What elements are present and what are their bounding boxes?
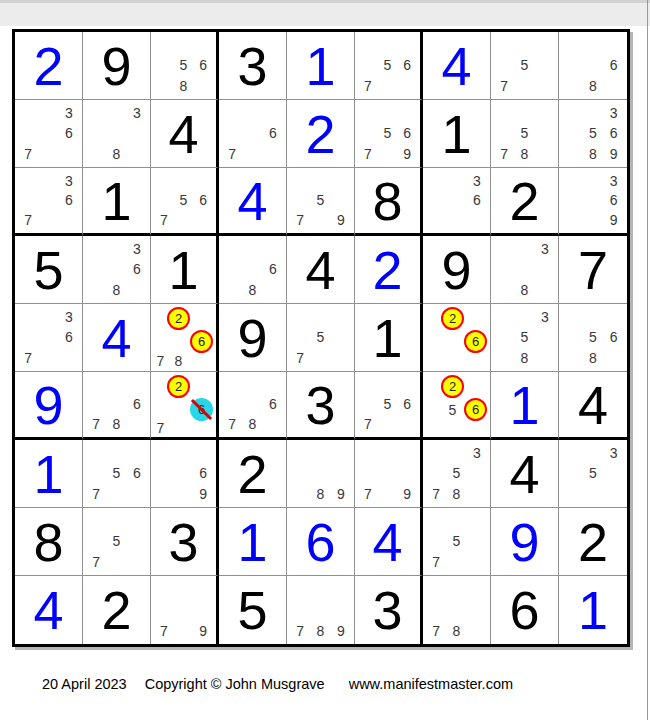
- candidate-slot-6: 6: [464, 330, 487, 353]
- cell-r4c9[interactable]: 7: [559, 236, 627, 304]
- cell-r7c8[interactable]: 4: [491, 440, 559, 508]
- candidate-slot-5: 5: [310, 191, 330, 211]
- candidate-grid: 578: [491, 100, 558, 167]
- candidate-slot-8: 8: [310, 620, 330, 641]
- given-digit: 2: [219, 440, 286, 507]
- cell-r5c8[interactable]: 358: [491, 304, 559, 372]
- cell-r8c8[interactable]: 9: [491, 508, 559, 576]
- cell-r4c8[interactable]: 38: [491, 236, 559, 304]
- candidate-slot-8: 8: [583, 348, 604, 368]
- candidate-slot-2: [38, 171, 58, 191]
- candidate-slot-8: 8: [242, 280, 262, 300]
- solved-digit: 1: [491, 372, 558, 437]
- candidate-slot-9: [263, 144, 283, 164]
- candidate-slot-6: 6: [59, 191, 79, 211]
- candidate-grid: 78: [423, 576, 490, 644]
- candidate-slot-6: [331, 191, 351, 211]
- candidate-slot-1: [358, 103, 378, 123]
- cell-r8c6[interactable]: 4: [355, 508, 423, 576]
- candidate-slot-5: 5: [174, 55, 194, 75]
- candidate-grid: 57: [287, 304, 354, 371]
- cell-r1c5[interactable]: 1: [287, 32, 355, 100]
- candidate-9: 9: [610, 213, 618, 227]
- candidate-slot-4: [290, 463, 310, 483]
- candidate-slot-7: 7: [154, 421, 167, 435]
- cell-r4c1[interactable]: 5: [15, 236, 83, 304]
- cell-r8c4[interactable]: 1: [219, 508, 287, 576]
- candidate-5: 5: [453, 534, 461, 548]
- candidate-slot-4: [562, 463, 583, 483]
- candidate-6: 6: [65, 193, 73, 207]
- candidate-3: 3: [133, 242, 141, 256]
- candidate-slot-3: [263, 103, 283, 123]
- cell-r8c1[interactable]: 8: [15, 508, 83, 576]
- candidate-7: 7: [24, 147, 32, 161]
- cell-r2c9[interactable]: 35689: [559, 100, 627, 168]
- candidate-5: 5: [453, 466, 461, 480]
- candidate-slot-1: [290, 443, 310, 463]
- cell-r7c5[interactable]: 89: [287, 440, 355, 508]
- candidate-slot-3: [397, 35, 417, 55]
- candidate-8: 8: [180, 79, 188, 93]
- candidate-slot-9: [127, 414, 147, 434]
- candidate-slot-7: 7: [494, 144, 514, 164]
- candidate-2-highlighted: 2: [441, 307, 464, 330]
- candidate-slot-5: 5: [378, 55, 398, 75]
- cell-r8c2[interactable]: 57: [83, 508, 151, 576]
- candidate-slot-8: [441, 353, 464, 368]
- cell-r5c3[interactable]: 2678: [151, 304, 219, 372]
- given-digit: 9: [83, 32, 150, 99]
- candidate-6: 6: [133, 262, 141, 276]
- candidate-slot-9: 9: [397, 484, 417, 504]
- candidate-slot-4: [426, 600, 446, 621]
- candidate-6: 6: [610, 193, 618, 207]
- candidate-slot-5: [242, 123, 262, 143]
- candidate-grid: 67: [219, 100, 286, 167]
- candidate-slot-6: 6: [127, 463, 147, 483]
- candidate-slot-1: [154, 443, 174, 463]
- candidate-slot-7: 7: [154, 210, 174, 230]
- candidate-9: 9: [403, 147, 411, 161]
- cell-r8c3[interactable]: 3: [151, 508, 219, 576]
- cell-r4c3[interactable]: 1: [151, 236, 219, 304]
- cell-r1c8[interactable]: 57: [491, 32, 559, 100]
- cell-r2c7[interactable]: 1: [423, 100, 491, 168]
- cell-r3c2[interactable]: 1: [83, 168, 151, 236]
- candidate-7: 7: [157, 421, 165, 435]
- cell-r3c9[interactable]: 369: [559, 168, 627, 236]
- cell-r7c1[interactable]: 1: [15, 440, 83, 508]
- given-digit: 3: [355, 576, 420, 644]
- cell-r6c7[interactable]: 256: [423, 372, 491, 440]
- candidate-slot-8: [378, 144, 398, 164]
- candidate-slot-4: [426, 463, 446, 483]
- candidate-slot-6: [331, 600, 351, 621]
- candidate-slot-6: 6: [603, 123, 624, 143]
- cell-r7c2[interactable]: 567: [83, 440, 151, 508]
- cell-r1c1[interactable]: 2: [15, 32, 83, 100]
- candidate-5: 5: [113, 466, 121, 480]
- cell-r5c9[interactable]: 568: [559, 304, 627, 372]
- cell-r8c7[interactable]: 57: [423, 508, 491, 576]
- given-digit: 5: [15, 236, 82, 303]
- given-digit: 4: [287, 236, 354, 303]
- candidate-slot-1: [494, 239, 514, 259]
- cell-r6c9[interactable]: 4: [559, 372, 627, 440]
- cell-r1c2[interactable]: 9: [83, 32, 151, 100]
- candidate-slot-6: 6: [59, 327, 79, 347]
- cell-r9c1[interactable]: 4: [15, 576, 83, 644]
- candidate-8: 8: [453, 487, 461, 501]
- candidate-slot-6: 6: [464, 398, 487, 421]
- candidate-slot-1: [86, 443, 106, 463]
- candidate-slot-1: [426, 579, 446, 600]
- candidate-slot-7: [290, 484, 310, 504]
- candidate-grid: 358: [491, 304, 558, 371]
- candidate-slot-5: [174, 600, 194, 621]
- candidate-slot-1: [562, 307, 583, 327]
- cell-r9c3[interactable]: 79: [151, 576, 219, 644]
- candidate-grid: 68: [219, 236, 286, 303]
- cell-r5c2[interactable]: 4: [83, 304, 151, 372]
- candidate-7: 7: [92, 487, 100, 501]
- candidate-slot-7: 7: [18, 144, 38, 164]
- candidate-slot-5: [446, 191, 466, 211]
- cell-r9c4[interactable]: 5: [219, 576, 287, 644]
- candidate-slot-9: [535, 76, 555, 96]
- candidate-slot-7: 7: [222, 144, 242, 164]
- candidate-slot-2: [583, 171, 604, 191]
- candidate-7: 7: [228, 147, 236, 161]
- cell-r4c4[interactable]: 68: [219, 236, 287, 304]
- candidate-slot-3: [467, 511, 487, 531]
- cell-r2c5[interactable]: 2: [287, 100, 355, 168]
- cell-r2c1[interactable]: 367: [15, 100, 83, 168]
- candidate-slot-2: [174, 443, 194, 463]
- cell-r7c9[interactable]: 35: [559, 440, 627, 508]
- candidate-slot-9: 9: [331, 484, 351, 504]
- candidate-3: 3: [610, 174, 618, 188]
- candidate-slot-2: [378, 375, 398, 395]
- candidate-7: 7: [432, 555, 440, 569]
- candidate-slot-6: [535, 327, 555, 347]
- candidate-slot-4: [562, 123, 583, 143]
- candidate-7: 7: [432, 624, 440, 638]
- given-digit: 4: [559, 372, 627, 437]
- cell-r3c1[interactable]: 367: [15, 168, 83, 236]
- footer-copyright: Copyright © John Musgrave: [145, 676, 325, 692]
- candidate-slot-6: [193, 600, 213, 621]
- cell-r6c5[interactable]: 3: [287, 372, 355, 440]
- candidate-slot-2: [174, 35, 194, 55]
- cell-r3c3[interactable]: 567: [151, 168, 219, 236]
- candidate-slot-5: [441, 330, 464, 353]
- candidate-slot-3: 3: [535, 239, 555, 259]
- candidate-slot-3: 3: [467, 443, 487, 463]
- cell-r6c6[interactable]: 567: [355, 372, 423, 440]
- cell-r1c6[interactable]: 567: [355, 32, 423, 100]
- candidate-slot-3: [603, 35, 624, 55]
- candidate-slot-3: [331, 579, 351, 600]
- candidate-slot-2: [378, 103, 398, 123]
- candidate-slot-2: [446, 443, 466, 463]
- given-digit: 3: [287, 372, 354, 437]
- candidate-grid: 89: [287, 440, 354, 507]
- cell-r2c3[interactable]: 4: [151, 100, 219, 168]
- candidate-slot-7: [494, 348, 514, 368]
- cell-r6c2[interactable]: 678: [83, 372, 151, 440]
- candidate-slot-6: 6: [263, 259, 283, 279]
- sudoku-board: 2956831567457683673846725679157835689367…: [12, 29, 630, 647]
- candidate-5: 5: [589, 126, 597, 140]
- candidate-slot-1: [426, 375, 441, 398]
- candidate-slot-1: [290, 579, 310, 600]
- cell-r9c2[interactable]: 2: [83, 576, 151, 644]
- cell-r2c2[interactable]: 38: [83, 100, 151, 168]
- candidate-slot-7: 7: [290, 348, 310, 368]
- candidate-slot-4: [562, 55, 583, 75]
- candidate-8: 8: [317, 624, 325, 638]
- candidate-slot-9: 9: [331, 620, 351, 641]
- cell-r7c3[interactable]: 69: [151, 440, 219, 508]
- candidate-slot-4: [154, 463, 174, 483]
- candidate-slot-4: [426, 531, 446, 551]
- candidate-slot-1: [562, 103, 583, 123]
- candidate-slot-9: 9: [603, 144, 624, 164]
- candidate-slot-3: 3: [535, 307, 555, 327]
- cell-r4c6[interactable]: 2: [355, 236, 423, 304]
- cell-r4c7[interactable]: 9: [423, 236, 491, 304]
- candidate-slot-6: [467, 600, 487, 621]
- candidate-slot-2: [106, 375, 126, 395]
- candidate-grid: 35689: [559, 100, 627, 167]
- candidate-slot-4: [154, 330, 167, 353]
- candidate-slot-5: 5: [514, 123, 534, 143]
- candidate-6: 6: [133, 466, 141, 480]
- candidate-grid: 5679: [355, 100, 420, 167]
- cell-r3c4[interactable]: 4: [219, 168, 287, 236]
- candidate-slot-2: [310, 307, 330, 327]
- candidate-slot-4: [494, 123, 514, 143]
- candidate-slot-4: [86, 531, 106, 551]
- candidate-slot-7: 7: [426, 484, 446, 504]
- candidate-slot-8: [446, 552, 466, 572]
- candidate-slot-5: 5: [514, 55, 534, 75]
- candidate-2-highlighted: 2: [441, 375, 464, 398]
- cell-r2c4[interactable]: 67: [219, 100, 287, 168]
- candidate-slot-3: 3: [127, 103, 147, 123]
- candidate-grid: 26: [423, 304, 490, 371]
- cell-r7c4[interactable]: 2: [219, 440, 287, 508]
- candidate-slot-5: [242, 259, 262, 279]
- candidate-slot-1: [494, 35, 514, 55]
- candidate-slot-4: [154, 55, 174, 75]
- candidate-3: 3: [133, 106, 141, 120]
- cell-r1c4[interactable]: 3: [219, 32, 287, 100]
- candidate-slot-4: [222, 259, 242, 279]
- candidate-slot-6: 6: [127, 395, 147, 415]
- candidate-7: 7: [24, 351, 32, 365]
- candidate-slot-7: [562, 484, 583, 504]
- candidate-7: 7: [500, 147, 508, 161]
- candidate-slot-6: [535, 123, 555, 143]
- candidate-grid: 678: [83, 372, 150, 437]
- candidate-slot-4: [494, 259, 514, 279]
- candidate-slot-8: 8: [106, 414, 126, 434]
- candidate-slot-5: [38, 191, 58, 211]
- cell-r7c6[interactable]: 79: [355, 440, 423, 508]
- candidate-slot-9: [467, 552, 487, 572]
- candidate-slot-6: 6: [59, 123, 79, 143]
- cell-r6c1[interactable]: 9: [15, 372, 83, 440]
- candidate-slot-7: 7: [18, 210, 38, 230]
- candidate-slot-8: [106, 552, 126, 572]
- cell-r8c9[interactable]: 2: [559, 508, 627, 576]
- cell-r2c6[interactable]: 5679: [355, 100, 423, 168]
- candidate-slot-8: [378, 76, 398, 96]
- cell-r8c5[interactable]: 6: [287, 508, 355, 576]
- candidate-7: 7: [364, 417, 372, 431]
- candidate-6: 6: [199, 466, 207, 480]
- candidate-7: 7: [432, 487, 440, 501]
- candidate-slot-7: [562, 144, 583, 164]
- cell-r1c7[interactable]: 4: [423, 32, 491, 100]
- cell-r5c4[interactable]: 9: [219, 304, 287, 372]
- candidate-grid: 2678: [151, 304, 216, 371]
- candidate-6: 6: [199, 58, 207, 72]
- cell-r5c1[interactable]: 367: [15, 304, 83, 372]
- candidate-slot-7: 7: [222, 414, 242, 434]
- candidate-slot-2: [378, 443, 398, 463]
- candidate-slot-3: [127, 375, 147, 395]
- candidate-slot-6: [603, 463, 624, 483]
- candidate-slot-5: 5: [583, 327, 604, 347]
- candidate-slot-3: [193, 579, 213, 600]
- candidate-slot-2: [242, 375, 262, 395]
- candidate-slot-8: 8: [106, 144, 126, 164]
- candidate-slot-3: [331, 307, 351, 327]
- cell-r9c5[interactable]: 789: [287, 576, 355, 644]
- candidate-grid: 38: [491, 236, 558, 303]
- cell-r9c7[interactable]: 78: [423, 576, 491, 644]
- candidate-slot-7: 7: [426, 552, 446, 572]
- candidate-slot-1: [290, 307, 310, 327]
- candidate-slot-4: [222, 395, 242, 415]
- candidate-slot-9: 9: [331, 210, 351, 230]
- candidate-slot-5: 5: [310, 327, 330, 347]
- candidate-6: 6: [269, 397, 277, 411]
- candidate-slot-2: [446, 579, 466, 600]
- candidate-slot-3: [397, 443, 417, 463]
- candidate-slot-9: 9: [397, 144, 417, 164]
- candidate-slot-3: [397, 103, 417, 123]
- candidate-slot-5: [310, 463, 330, 483]
- candidate-slot-3: [127, 511, 147, 531]
- cell-r5c6[interactable]: 1: [355, 304, 423, 372]
- candidate-slot-1: [154, 171, 174, 191]
- candidate-slot-9: [535, 348, 555, 368]
- candidate-7: 7: [92, 417, 100, 431]
- candidate-slot-8: [378, 414, 398, 434]
- candidate-slot-5: [583, 55, 604, 75]
- candidate-8: 8: [589, 79, 597, 93]
- cell-r3c6[interactable]: 8: [355, 168, 423, 236]
- cell-r2c8[interactable]: 578: [491, 100, 559, 168]
- cell-r7c7[interactable]: 3578: [423, 440, 491, 508]
- cell-r3c8[interactable]: 2: [491, 168, 559, 236]
- candidate-slot-7: [562, 76, 583, 96]
- candidate-slot-8: 8: [514, 280, 534, 300]
- candidate-slot-5: [167, 330, 190, 353]
- candidate-slot-4: [494, 327, 514, 347]
- cell-r1c9[interactable]: 68: [559, 32, 627, 100]
- candidate-slot-6: 6: [397, 395, 417, 415]
- candidate-slot-4: [494, 55, 514, 75]
- candidate-slot-3: [127, 443, 147, 463]
- candidate-slot-8: [378, 484, 398, 504]
- candidate-slot-2: [106, 103, 126, 123]
- cell-r3c5[interactable]: 579: [287, 168, 355, 236]
- cell-r4c5[interactable]: 4: [287, 236, 355, 304]
- given-digit: 4: [491, 440, 558, 507]
- solved-digit: 4: [15, 576, 82, 644]
- cell-r9c9[interactable]: 1: [559, 576, 627, 644]
- candidate-slot-6: 6: [193, 463, 213, 483]
- candidate-slot-5: 5: [378, 395, 398, 415]
- candidate-slot-2: [174, 171, 194, 191]
- candidate-slot-4: [86, 395, 106, 415]
- cell-r6c3[interactable]: 267: [151, 372, 219, 440]
- cell-r1c3[interactable]: 568: [151, 32, 219, 100]
- candidate-slot-3: 3: [467, 171, 487, 191]
- cell-r5c7[interactable]: 26: [423, 304, 491, 372]
- candidate-6: 6: [403, 58, 411, 72]
- candidate-slot-4: [426, 191, 446, 211]
- candidate-slot-9: 9: [193, 484, 213, 504]
- candidate-slot-2: [583, 443, 604, 463]
- candidate-6: 6: [403, 126, 411, 140]
- candidate-slot-5: [583, 191, 604, 211]
- cell-r9c8[interactable]: 6: [491, 576, 559, 644]
- cell-r9c6[interactable]: 3: [355, 576, 423, 644]
- candidate-slot-9: [127, 552, 147, 572]
- candidate-slot-4: [426, 330, 441, 353]
- candidate-slot-7: 7: [494, 76, 514, 96]
- candidate-slot-2: [106, 239, 126, 259]
- candidate-slot-7: 7: [290, 210, 310, 230]
- candidate-slot-3: [397, 375, 417, 395]
- candidate-slot-2: 2: [167, 307, 190, 330]
- given-digit: 1: [355, 304, 420, 371]
- candidate-slot-1: [18, 103, 38, 123]
- cell-r3c7[interactable]: 36: [423, 168, 491, 236]
- candidate-slot-3: [467, 579, 487, 600]
- cell-r6c4[interactable]: 678: [219, 372, 287, 440]
- cell-r6c8[interactable]: 1: [491, 372, 559, 440]
- solved-digit: 4: [83, 304, 150, 371]
- candidate-5: 5: [384, 58, 392, 72]
- candidate-slot-2: [514, 307, 534, 327]
- candidate-slot-5: [310, 600, 330, 621]
- candidate-slot-3: 3: [127, 239, 147, 259]
- candidate-slot-3: 3: [603, 103, 624, 123]
- cell-r4c2[interactable]: 368: [83, 236, 151, 304]
- candidate-slot-1: [426, 443, 446, 463]
- candidate-slot-4: [358, 463, 378, 483]
- cell-r5c5[interactable]: 57: [287, 304, 355, 372]
- candidate-3: 3: [65, 106, 73, 120]
